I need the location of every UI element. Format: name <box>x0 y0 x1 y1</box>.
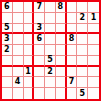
cell-r5c7[interactable] <box>67 45 78 56</box>
cell-r8c7[interactable]: 7 <box>67 77 78 88</box>
cell-r4c3[interactable] <box>24 34 35 45</box>
cell-r6c5[interactable]: 5 <box>45 56 56 67</box>
cell-r9c6[interactable] <box>56 88 67 99</box>
cell-r5c8[interactable] <box>77 45 88 56</box>
cell-r3c4[interactable]: 3 <box>34 24 45 35</box>
cell-r5c6[interactable] <box>56 45 67 56</box>
cell-r7c6[interactable] <box>56 67 67 78</box>
cell-r1c1[interactable]: 6 <box>2 2 13 13</box>
cell-r8c9[interactable] <box>88 77 99 88</box>
cell-r5c1[interactable]: 2 <box>2 45 13 56</box>
cell-r9c1[interactable] <box>2 88 13 99</box>
cell-r6c4[interactable] <box>34 56 45 67</box>
cell-r4c8[interactable] <box>77 34 88 45</box>
cell-r9c2[interactable] <box>13 88 24 99</box>
cell-r6c9[interactable] <box>88 56 99 67</box>
cell-r9c9[interactable] <box>88 88 99 99</box>
cell-r9c4[interactable] <box>34 88 45 99</box>
cell-r2c2[interactable] <box>13 13 24 24</box>
cell-r1c7[interactable] <box>67 2 78 13</box>
cell-r5c9[interactable] <box>88 45 99 56</box>
cell-r7c5[interactable]: 2 <box>45 67 56 78</box>
cell-r8c8[interactable] <box>77 77 88 88</box>
cell-r6c1[interactable] <box>2 56 13 67</box>
cell-r8c4[interactable] <box>34 77 45 88</box>
cell-r8c3[interactable] <box>24 77 35 88</box>
cell-r5c5[interactable] <box>45 45 56 56</box>
cell-r2c8[interactable]: 2 <box>77 13 88 24</box>
cell-r4c6[interactable] <box>56 34 67 45</box>
cell-r1c3[interactable] <box>24 2 35 13</box>
cell-r9c5[interactable] <box>45 88 56 99</box>
cell-r7c9[interactable] <box>88 67 99 78</box>
cell-r5c3[interactable] <box>24 45 35 56</box>
cell-r4c7[interactable]: 8 <box>67 34 78 45</box>
cell-r1c2[interactable] <box>13 2 24 13</box>
cell-r7c2[interactable] <box>13 67 24 78</box>
cell-r3c8[interactable] <box>77 24 88 35</box>
cell-r3c6[interactable] <box>56 24 67 35</box>
cell-r1c8[interactable] <box>77 2 88 13</box>
cell-r3c1[interactable]: 5 <box>2 24 13 35</box>
cell-r3c2[interactable] <box>13 24 24 35</box>
cell-r1c9[interactable] <box>88 2 99 13</box>
cell-r4c5[interactable] <box>45 34 56 45</box>
cell-r2c6[interactable] <box>56 13 67 24</box>
cell-r7c8[interactable] <box>77 67 88 78</box>
cell-r6c8[interactable] <box>77 56 88 67</box>
cell-r2c5[interactable] <box>45 13 56 24</box>
cell-r7c3[interactable]: 1 <box>24 67 35 78</box>
cell-r4c2[interactable] <box>13 34 24 45</box>
cell-r2c7[interactable] <box>67 13 78 24</box>
cell-r8c2[interactable]: 4 <box>13 77 24 88</box>
cell-r4c4[interactable]: 6 <box>34 34 45 45</box>
cell-r8c6[interactable] <box>56 77 67 88</box>
cell-r6c2[interactable] <box>13 56 24 67</box>
cell-r7c4[interactable] <box>34 67 45 78</box>
cell-r9c3[interactable] <box>24 88 35 99</box>
cell-r1c4[interactable]: 7 <box>34 2 45 13</box>
cell-r2c9[interactable]: 1 <box>88 13 99 24</box>
cell-r1c5[interactable] <box>45 2 56 13</box>
cell-r4c9[interactable] <box>88 34 99 45</box>
cell-r2c3[interactable] <box>24 13 35 24</box>
cell-r2c1[interactable] <box>2 13 13 24</box>
cell-r3c9[interactable] <box>88 24 99 35</box>
cell-r9c8[interactable]: 5 <box>77 88 88 99</box>
cell-r6c7[interactable] <box>67 56 78 67</box>
cell-r6c6[interactable] <box>56 56 67 67</box>
cell-r6c3[interactable] <box>24 56 35 67</box>
cell-r8c5[interactable] <box>45 77 56 88</box>
cell-r8c1[interactable] <box>2 77 13 88</box>
cell-r4c1[interactable]: 3 <box>2 34 13 45</box>
cell-r3c3[interactable] <box>24 24 35 35</box>
cell-r3c7[interactable] <box>67 24 78 35</box>
sudoku-board: 67821533682512475 <box>0 0 101 101</box>
cell-r7c1[interactable] <box>2 67 13 78</box>
cell-r5c4[interactable] <box>34 45 45 56</box>
cell-r3c5[interactable] <box>45 24 56 35</box>
cell-r2c4[interactable] <box>34 13 45 24</box>
cell-r9c7[interactable] <box>67 88 78 99</box>
cell-r7c7[interactable] <box>67 67 78 78</box>
cell-r5c2[interactable] <box>13 45 24 56</box>
cell-r1c6[interactable]: 8 <box>56 2 67 13</box>
